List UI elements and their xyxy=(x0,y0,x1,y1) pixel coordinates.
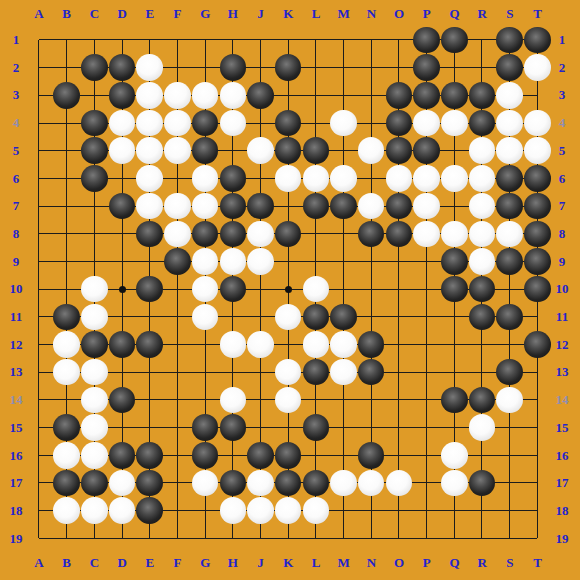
board-point-Q14[interactable] xyxy=(440,386,468,414)
board-point-C8[interactable] xyxy=(81,220,109,248)
board-point-E1[interactable] xyxy=(136,26,164,54)
board-point-F5[interactable] xyxy=(164,137,192,165)
board-point-L9[interactable] xyxy=(302,248,330,276)
board-point-P14[interactable] xyxy=(413,386,441,414)
board-point-Q9[interactable] xyxy=(440,248,468,276)
board-point-M17[interactable] xyxy=(330,469,358,497)
board-point-H11[interactable] xyxy=(219,303,247,331)
board-point-Q7[interactable] xyxy=(440,192,468,220)
board-point-O6[interactable] xyxy=(385,165,413,193)
board-point-F13[interactable] xyxy=(164,358,192,386)
board-point-A5[interactable] xyxy=(25,137,53,165)
board-point-T12[interactable] xyxy=(524,331,552,359)
board-point-L5[interactable] xyxy=(302,137,330,165)
board-point-F18[interactable] xyxy=(164,497,192,525)
board-point-R10[interactable] xyxy=(468,275,496,303)
board-point-P12[interactable] xyxy=(413,331,441,359)
board-point-T2[interactable] xyxy=(524,54,552,82)
board-point-S8[interactable] xyxy=(496,220,524,248)
board-point-L8[interactable] xyxy=(302,220,330,248)
board-point-R17[interactable] xyxy=(468,469,496,497)
board-point-L16[interactable] xyxy=(302,441,330,469)
board-point-S11[interactable] xyxy=(496,303,524,331)
board-point-G11[interactable] xyxy=(191,303,219,331)
board-point-F16[interactable] xyxy=(164,441,192,469)
board-point-O3[interactable] xyxy=(385,82,413,110)
board-point-D10[interactable] xyxy=(108,275,136,303)
board-point-E14[interactable] xyxy=(136,386,164,414)
board-point-B4[interactable] xyxy=(53,109,81,137)
board-point-L1[interactable] xyxy=(302,26,330,54)
board-point-S3[interactable] xyxy=(496,82,524,110)
board-point-R11[interactable] xyxy=(468,303,496,331)
board-point-N1[interactable] xyxy=(357,26,385,54)
board-point-O1[interactable] xyxy=(385,26,413,54)
board-point-K19[interactable] xyxy=(274,525,302,553)
board-point-N6[interactable] xyxy=(357,165,385,193)
board-point-J11[interactable] xyxy=(247,303,275,331)
board-point-E16[interactable] xyxy=(136,441,164,469)
board-point-N15[interactable] xyxy=(357,414,385,442)
board-point-S15[interactable] xyxy=(496,414,524,442)
board-point-N14[interactable] xyxy=(357,386,385,414)
board-point-H3[interactable] xyxy=(219,82,247,110)
board-point-L10[interactable] xyxy=(302,275,330,303)
board-point-L18[interactable] xyxy=(302,497,330,525)
board-point-G10[interactable] xyxy=(191,275,219,303)
board-point-G2[interactable] xyxy=(191,54,219,82)
board-point-T9[interactable] xyxy=(524,248,552,276)
board-point-O7[interactable] xyxy=(385,192,413,220)
board-point-J5[interactable] xyxy=(247,137,275,165)
board-point-D17[interactable] xyxy=(108,469,136,497)
board-point-C7[interactable] xyxy=(81,192,109,220)
board-point-K13[interactable] xyxy=(274,358,302,386)
board-point-M14[interactable] xyxy=(330,386,358,414)
board-point-O10[interactable] xyxy=(385,275,413,303)
board-point-G16[interactable] xyxy=(191,441,219,469)
board-point-A17[interactable] xyxy=(25,469,53,497)
board-point-J7[interactable] xyxy=(247,192,275,220)
board-point-N13[interactable] xyxy=(357,358,385,386)
board-point-R6[interactable] xyxy=(468,165,496,193)
board-point-B3[interactable] xyxy=(53,82,81,110)
board-point-L4[interactable] xyxy=(302,109,330,137)
board-point-Q13[interactable] xyxy=(440,358,468,386)
board-point-K12[interactable] xyxy=(274,331,302,359)
board-point-T1[interactable] xyxy=(524,26,552,54)
board-point-S10[interactable] xyxy=(496,275,524,303)
board-point-S1[interactable] xyxy=(496,26,524,54)
board-point-J16[interactable] xyxy=(247,441,275,469)
board-point-P16[interactable] xyxy=(413,441,441,469)
board-point-K3[interactable] xyxy=(274,82,302,110)
board-point-D8[interactable] xyxy=(108,220,136,248)
board-point-G4[interactable] xyxy=(191,109,219,137)
board-point-G1[interactable] xyxy=(191,26,219,54)
board-point-F10[interactable] xyxy=(164,275,192,303)
board-point-C5[interactable] xyxy=(81,137,109,165)
board-point-M10[interactable] xyxy=(330,275,358,303)
board-point-T6[interactable] xyxy=(524,165,552,193)
board-point-L2[interactable] xyxy=(302,54,330,82)
board-point-K8[interactable] xyxy=(274,220,302,248)
board-point-P1[interactable] xyxy=(413,26,441,54)
board-point-N2[interactable] xyxy=(357,54,385,82)
board-point-Q5[interactable] xyxy=(440,137,468,165)
board-point-Q16[interactable] xyxy=(440,441,468,469)
board-point-H1[interactable] xyxy=(219,26,247,54)
board-point-S7[interactable] xyxy=(496,192,524,220)
board-point-D14[interactable] xyxy=(108,386,136,414)
board-point-P13[interactable] xyxy=(413,358,441,386)
board-point-D16[interactable] xyxy=(108,441,136,469)
board-point-T3[interactable] xyxy=(524,82,552,110)
board-point-E5[interactable] xyxy=(136,137,164,165)
board-point-K11[interactable] xyxy=(274,303,302,331)
board-point-B10[interactable] xyxy=(53,275,81,303)
board-point-A3[interactable] xyxy=(25,82,53,110)
board-point-H19[interactable] xyxy=(219,525,247,553)
board-point-C13[interactable] xyxy=(81,358,109,386)
board-point-L3[interactable] xyxy=(302,82,330,110)
board-point-C11[interactable] xyxy=(81,303,109,331)
board-point-A16[interactable] xyxy=(25,441,53,469)
board-point-M3[interactable] xyxy=(330,82,358,110)
board-point-S13[interactable] xyxy=(496,358,524,386)
board-point-T15[interactable] xyxy=(524,414,552,442)
board-point-T11[interactable] xyxy=(524,303,552,331)
board-point-F6[interactable] xyxy=(164,165,192,193)
board-point-Q17[interactable] xyxy=(440,469,468,497)
board-point-O12[interactable] xyxy=(385,331,413,359)
board-point-K14[interactable] xyxy=(274,386,302,414)
board-point-B5[interactable] xyxy=(53,137,81,165)
board-point-J18[interactable] xyxy=(247,497,275,525)
board-point-H17[interactable] xyxy=(219,469,247,497)
board-point-A9[interactable] xyxy=(25,248,53,276)
board-point-D12[interactable] xyxy=(108,331,136,359)
board-point-B1[interactable] xyxy=(53,26,81,54)
board-point-K1[interactable] xyxy=(274,26,302,54)
board-point-B11[interactable] xyxy=(53,303,81,331)
board-point-O18[interactable] xyxy=(385,497,413,525)
board-point-A2[interactable] xyxy=(25,54,53,82)
board-point-C6[interactable] xyxy=(81,165,109,193)
board-point-G9[interactable] xyxy=(191,248,219,276)
board-point-E12[interactable] xyxy=(136,331,164,359)
board-point-B6[interactable] xyxy=(53,165,81,193)
board-point-F17[interactable] xyxy=(164,469,192,497)
board-point-J12[interactable] xyxy=(247,331,275,359)
board-point-T17[interactable] xyxy=(524,469,552,497)
board-point-M13[interactable] xyxy=(330,358,358,386)
board-point-D9[interactable] xyxy=(108,248,136,276)
board-point-F3[interactable] xyxy=(164,82,192,110)
board-point-L6[interactable] xyxy=(302,165,330,193)
board-point-O5[interactable] xyxy=(385,137,413,165)
board-point-E2[interactable] xyxy=(136,54,164,82)
board-point-Q15[interactable] xyxy=(440,414,468,442)
board-point-K2[interactable] xyxy=(274,54,302,82)
board-point-O4[interactable] xyxy=(385,109,413,137)
board-point-G3[interactable] xyxy=(191,82,219,110)
board-point-J8[interactable] xyxy=(247,220,275,248)
board-point-H9[interactable] xyxy=(219,248,247,276)
board-point-M11[interactable] xyxy=(330,303,358,331)
board-point-J1[interactable] xyxy=(247,26,275,54)
board-point-O19[interactable] xyxy=(385,525,413,553)
board-point-D13[interactable] xyxy=(108,358,136,386)
board-point-A18[interactable] xyxy=(25,497,53,525)
board-point-C14[interactable] xyxy=(81,386,109,414)
board-point-T8[interactable] xyxy=(524,220,552,248)
board-point-Q18[interactable] xyxy=(440,497,468,525)
board-point-R9[interactable] xyxy=(468,248,496,276)
board-point-B14[interactable] xyxy=(53,386,81,414)
board-point-G15[interactable] xyxy=(191,414,219,442)
board-point-A10[interactable] xyxy=(25,275,53,303)
board-point-T7[interactable] xyxy=(524,192,552,220)
board-point-E15[interactable] xyxy=(136,414,164,442)
board-point-Q3[interactable] xyxy=(440,82,468,110)
board-point-Q6[interactable] xyxy=(440,165,468,193)
board-point-F15[interactable] xyxy=(164,414,192,442)
board-point-F1[interactable] xyxy=(164,26,192,54)
board-point-T19[interactable] xyxy=(524,525,552,553)
board-point-M1[interactable] xyxy=(330,26,358,54)
board-point-E10[interactable] xyxy=(136,275,164,303)
board-point-R15[interactable] xyxy=(468,414,496,442)
board-point-N7[interactable] xyxy=(357,192,385,220)
board-point-L12[interactable] xyxy=(302,331,330,359)
board-point-M9[interactable] xyxy=(330,248,358,276)
board-point-D4[interactable] xyxy=(108,109,136,137)
board-point-K15[interactable] xyxy=(274,414,302,442)
board-point-R14[interactable] xyxy=(468,386,496,414)
board-point-P8[interactable] xyxy=(413,220,441,248)
board-point-F2[interactable] xyxy=(164,54,192,82)
board-point-F4[interactable] xyxy=(164,109,192,137)
board-point-G14[interactable] xyxy=(191,386,219,414)
board-point-E18[interactable] xyxy=(136,497,164,525)
board-point-M16[interactable] xyxy=(330,441,358,469)
board-point-E7[interactable] xyxy=(136,192,164,220)
board-point-P5[interactable] xyxy=(413,137,441,165)
board-point-M15[interactable] xyxy=(330,414,358,442)
board-point-C19[interactable] xyxy=(81,525,109,553)
board-point-A19[interactable] xyxy=(25,525,53,553)
board-point-P2[interactable] xyxy=(413,54,441,82)
board-point-A13[interactable] xyxy=(25,358,53,386)
board-point-L19[interactable] xyxy=(302,525,330,553)
board-point-S2[interactable] xyxy=(496,54,524,82)
board-point-T5[interactable] xyxy=(524,137,552,165)
board-point-B7[interactable] xyxy=(53,192,81,220)
board-point-O16[interactable] xyxy=(385,441,413,469)
board-point-F9[interactable] xyxy=(164,248,192,276)
board-point-R13[interactable] xyxy=(468,358,496,386)
board-point-A15[interactable] xyxy=(25,414,53,442)
board-point-L13[interactable] xyxy=(302,358,330,386)
board-point-C4[interactable] xyxy=(81,109,109,137)
board-point-M12[interactable] xyxy=(330,331,358,359)
board-point-Q8[interactable] xyxy=(440,220,468,248)
board-point-M5[interactable] xyxy=(330,137,358,165)
board-point-K18[interactable] xyxy=(274,497,302,525)
board-point-M8[interactable] xyxy=(330,220,358,248)
board-point-E8[interactable] xyxy=(136,220,164,248)
board-point-G18[interactable] xyxy=(191,497,219,525)
board-point-C3[interactable] xyxy=(81,82,109,110)
board-point-L17[interactable] xyxy=(302,469,330,497)
board-point-A12[interactable] xyxy=(25,331,53,359)
board-point-C9[interactable] xyxy=(81,248,109,276)
board-point-K7[interactable] xyxy=(274,192,302,220)
board-point-S4[interactable] xyxy=(496,109,524,137)
board-point-C16[interactable] xyxy=(81,441,109,469)
board-point-B19[interactable] xyxy=(53,525,81,553)
board-point-D1[interactable] xyxy=(108,26,136,54)
board-point-C12[interactable] xyxy=(81,331,109,359)
board-point-S17[interactable] xyxy=(496,469,524,497)
board-point-Q10[interactable] xyxy=(440,275,468,303)
board-point-R16[interactable] xyxy=(468,441,496,469)
board-point-Q4[interactable] xyxy=(440,109,468,137)
board-point-Q2[interactable] xyxy=(440,54,468,82)
board-point-P9[interactable] xyxy=(413,248,441,276)
board-point-B2[interactable] xyxy=(53,54,81,82)
board-point-R2[interactable] xyxy=(468,54,496,82)
board-point-M19[interactable] xyxy=(330,525,358,553)
board-point-K9[interactable] xyxy=(274,248,302,276)
board-point-K4[interactable] xyxy=(274,109,302,137)
board-point-J10[interactable] xyxy=(247,275,275,303)
board-point-J6[interactable] xyxy=(247,165,275,193)
board-point-M4[interactable] xyxy=(330,109,358,137)
board-point-R1[interactable] xyxy=(468,26,496,54)
board-point-L11[interactable] xyxy=(302,303,330,331)
board-point-L15[interactable] xyxy=(302,414,330,442)
board-point-C10[interactable] xyxy=(81,275,109,303)
board-point-H7[interactable] xyxy=(219,192,247,220)
board-point-K10[interactable] xyxy=(274,275,302,303)
board-point-O9[interactable] xyxy=(385,248,413,276)
board-point-D18[interactable] xyxy=(108,497,136,525)
board-point-J13[interactable] xyxy=(247,358,275,386)
board-point-M6[interactable] xyxy=(330,165,358,193)
board-point-O14[interactable] xyxy=(385,386,413,414)
board-point-H10[interactable] xyxy=(219,275,247,303)
board-point-L7[interactable] xyxy=(302,192,330,220)
board-point-T16[interactable] xyxy=(524,441,552,469)
board-point-C2[interactable] xyxy=(81,54,109,82)
board-point-J2[interactable] xyxy=(247,54,275,82)
board-point-S18[interactable] xyxy=(496,497,524,525)
board-point-J14[interactable] xyxy=(247,386,275,414)
board-point-H4[interactable] xyxy=(219,109,247,137)
board-point-Q12[interactable] xyxy=(440,331,468,359)
board-point-N18[interactable] xyxy=(357,497,385,525)
board-point-H6[interactable] xyxy=(219,165,247,193)
board-point-N4[interactable] xyxy=(357,109,385,137)
board-point-N9[interactable] xyxy=(357,248,385,276)
board-point-F19[interactable] xyxy=(164,525,192,553)
board-point-T14[interactable] xyxy=(524,386,552,414)
board-point-R18[interactable] xyxy=(468,497,496,525)
board-point-P7[interactable] xyxy=(413,192,441,220)
board-point-H14[interactable] xyxy=(219,386,247,414)
board-point-N19[interactable] xyxy=(357,525,385,553)
board-point-L14[interactable] xyxy=(302,386,330,414)
board-point-N12[interactable] xyxy=(357,331,385,359)
board-point-N5[interactable] xyxy=(357,137,385,165)
board-point-O11[interactable] xyxy=(385,303,413,331)
board-point-E19[interactable] xyxy=(136,525,164,553)
board-point-C18[interactable] xyxy=(81,497,109,525)
board-point-M18[interactable] xyxy=(330,497,358,525)
board-point-F14[interactable] xyxy=(164,386,192,414)
board-point-J4[interactable] xyxy=(247,109,275,137)
board-point-P18[interactable] xyxy=(413,497,441,525)
board-point-O17[interactable] xyxy=(385,469,413,497)
board-point-Q11[interactable] xyxy=(440,303,468,331)
board-point-O13[interactable] xyxy=(385,358,413,386)
board-point-T18[interactable] xyxy=(524,497,552,525)
board-point-S19[interactable] xyxy=(496,525,524,553)
board-point-B15[interactable] xyxy=(53,414,81,442)
board-point-H13[interactable] xyxy=(219,358,247,386)
board-point-T10[interactable] xyxy=(524,275,552,303)
board-point-S14[interactable] xyxy=(496,386,524,414)
board-point-D5[interactable] xyxy=(108,137,136,165)
board-point-S16[interactable] xyxy=(496,441,524,469)
board-point-Q1[interactable] xyxy=(440,26,468,54)
board-point-G12[interactable] xyxy=(191,331,219,359)
board-point-G13[interactable] xyxy=(191,358,219,386)
board-point-O15[interactable] xyxy=(385,414,413,442)
board-point-O8[interactable] xyxy=(385,220,413,248)
board-point-H16[interactable] xyxy=(219,441,247,469)
board-point-R19[interactable] xyxy=(468,525,496,553)
board-point-B9[interactable] xyxy=(53,248,81,276)
board-point-P10[interactable] xyxy=(413,275,441,303)
board-point-T13[interactable] xyxy=(524,358,552,386)
board-point-P19[interactable] xyxy=(413,525,441,553)
board-point-A1[interactable] xyxy=(25,26,53,54)
board-point-A14[interactable] xyxy=(25,386,53,414)
board-point-G8[interactable] xyxy=(191,220,219,248)
board-point-N16[interactable] xyxy=(357,441,385,469)
board-point-M7[interactable] xyxy=(330,192,358,220)
board-point-H5[interactable] xyxy=(219,137,247,165)
board-point-D2[interactable] xyxy=(108,54,136,82)
board-point-E4[interactable] xyxy=(136,109,164,137)
board-point-S9[interactable] xyxy=(496,248,524,276)
board-point-R12[interactable] xyxy=(468,331,496,359)
board-point-E17[interactable] xyxy=(136,469,164,497)
board-point-H12[interactable] xyxy=(219,331,247,359)
board-point-H15[interactable] xyxy=(219,414,247,442)
board-point-P17[interactable] xyxy=(413,469,441,497)
board-point-S6[interactable] xyxy=(496,165,524,193)
board-point-R8[interactable] xyxy=(468,220,496,248)
board-point-J3[interactable] xyxy=(247,82,275,110)
board-point-D15[interactable] xyxy=(108,414,136,442)
board-point-F8[interactable] xyxy=(164,220,192,248)
board-point-R7[interactable] xyxy=(468,192,496,220)
board-point-F7[interactable] xyxy=(164,192,192,220)
